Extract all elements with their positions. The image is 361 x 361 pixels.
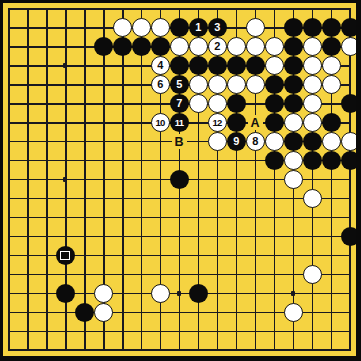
stone-white <box>284 151 303 170</box>
stone-black <box>322 113 341 132</box>
stone-white <box>208 75 227 94</box>
stone-black <box>208 56 227 75</box>
stone-white <box>303 75 322 94</box>
stone-white <box>284 303 303 322</box>
move-number-label: 9 <box>233 136 239 147</box>
stone-black <box>56 284 75 303</box>
stone-black <box>113 37 132 56</box>
stone-white <box>113 18 132 37</box>
move-number-label: 6 <box>157 79 163 90</box>
stone-black-move-11: 11 <box>170 113 189 132</box>
stone-black <box>322 18 341 37</box>
stone-white <box>94 284 113 303</box>
go-diagram: 132465710111298AB <box>0 0 361 361</box>
stone-white <box>303 189 322 208</box>
move-number-label: 3 <box>214 22 220 33</box>
stone-white <box>265 37 284 56</box>
stone-black <box>246 56 265 75</box>
move-number-label: 10 <box>156 118 165 128</box>
stone-white-move-4: 4 <box>151 56 170 75</box>
stone-black-move-1: 1 <box>189 18 208 37</box>
stone-white-move-12: 12 <box>208 113 227 132</box>
hoshi-point <box>63 177 68 182</box>
stone-black <box>284 18 303 37</box>
stone-black <box>322 151 341 170</box>
stone-black <box>189 284 208 303</box>
stone-white <box>170 37 189 56</box>
stone-white <box>303 56 322 75</box>
move-number-label: 8 <box>252 136 258 147</box>
stone-white <box>246 37 265 56</box>
stone-white-move-8: 8 <box>246 132 265 151</box>
stone-black <box>341 18 360 37</box>
stone-white <box>227 37 246 56</box>
move-number-label: 2 <box>214 41 220 52</box>
hoshi-point <box>177 291 182 296</box>
stone-white <box>303 113 322 132</box>
stone-black <box>341 94 360 113</box>
stone-white <box>284 113 303 132</box>
stone-black <box>75 303 94 322</box>
stone-white <box>189 94 208 113</box>
stone-black <box>284 75 303 94</box>
stone-white <box>265 56 284 75</box>
stone-black-move-9: 9 <box>227 132 246 151</box>
stone-white <box>322 132 341 151</box>
stone-black <box>170 56 189 75</box>
point-label-A: A <box>248 115 263 130</box>
move-number-label: 4 <box>157 60 163 71</box>
move-number-label: 12 <box>213 118 222 128</box>
stone-white <box>132 18 151 37</box>
stone-white <box>322 75 341 94</box>
move-number-label: 5 <box>176 79 182 90</box>
stone-black <box>265 75 284 94</box>
move-number-label: 11 <box>175 118 183 128</box>
stone-black <box>170 170 189 189</box>
stone-black <box>303 132 322 151</box>
stone-black <box>265 94 284 113</box>
stone-white <box>303 265 322 284</box>
stone-white <box>246 75 265 94</box>
stone-white <box>265 132 284 151</box>
stone-white <box>322 56 341 75</box>
stone-black-move-7: 7 <box>170 94 189 113</box>
stone-white <box>94 303 113 322</box>
stone-white-move-6: 6 <box>151 75 170 94</box>
stone-black <box>265 113 284 132</box>
stone-black-move-3: 3 <box>208 18 227 37</box>
move-number-label: 7 <box>176 98 182 109</box>
stone-white-move-2: 2 <box>208 37 227 56</box>
stone-black <box>227 94 246 113</box>
stone-black <box>227 113 246 132</box>
stone-white <box>189 75 208 94</box>
stone-black <box>132 37 151 56</box>
go-board[interactable]: 132465710111298AB <box>0 0 360 360</box>
stone-white <box>341 132 360 151</box>
stone-black <box>284 94 303 113</box>
stone-white <box>303 94 322 113</box>
stone-black <box>189 56 208 75</box>
hoshi-point <box>63 63 68 68</box>
stone-black <box>284 132 303 151</box>
hoshi-point <box>291 291 296 296</box>
stone-black <box>284 56 303 75</box>
stone-white <box>151 18 170 37</box>
stone-white <box>246 18 265 37</box>
point-label-B: B <box>172 134 187 149</box>
stone-white <box>284 170 303 189</box>
stone-black <box>170 18 189 37</box>
stone-black <box>322 37 341 56</box>
stone-white-move-10: 10 <box>151 113 170 132</box>
stone-white <box>208 94 227 113</box>
stone-black <box>94 37 113 56</box>
stone-white <box>151 284 170 303</box>
stone-white <box>208 132 227 151</box>
square-marker <box>60 251 70 261</box>
stone-white <box>303 37 322 56</box>
move-number-label: 1 <box>195 22 201 33</box>
stone-black <box>265 151 284 170</box>
stone-black <box>227 56 246 75</box>
stone-black <box>303 18 322 37</box>
stone-white <box>189 37 208 56</box>
stone-black <box>341 227 360 246</box>
stone-black <box>284 37 303 56</box>
stone-black <box>341 151 360 170</box>
stone-white <box>227 75 246 94</box>
stone-black <box>303 151 322 170</box>
stone-black-move-5: 5 <box>170 75 189 94</box>
stone-white <box>341 37 360 56</box>
stone-black-square-marked <box>56 246 75 265</box>
stone-black <box>151 37 170 56</box>
